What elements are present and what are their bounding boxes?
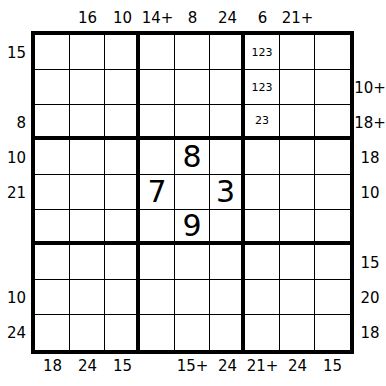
clue-bottom-8: 24 bbox=[288, 357, 307, 375]
clue-bottom-2: 24 bbox=[78, 357, 97, 375]
left-clues: 15810211024 bbox=[0, 31, 31, 354]
cell-r7c5[interactable] bbox=[175, 245, 210, 280]
cell-r8c7[interactable] bbox=[245, 280, 280, 315]
cell-r1c8[interactable] bbox=[280, 35, 315, 70]
cell-r2c6[interactable] bbox=[210, 70, 245, 105]
cell-r6c6[interactable] bbox=[210, 210, 245, 245]
cell-r7c4[interactable] bbox=[140, 245, 175, 280]
clue-left-4: 10 bbox=[7, 149, 26, 167]
cell-r2c8[interactable] bbox=[280, 70, 315, 105]
cell-r2c3[interactable] bbox=[105, 70, 140, 105]
cell-r5c3[interactable] bbox=[105, 175, 140, 210]
cell-r3c5[interactable] bbox=[175, 105, 210, 140]
cell-r2c1[interactable] bbox=[35, 70, 70, 105]
cell-r7c6[interactable] bbox=[210, 245, 245, 280]
cell-r7c3[interactable] bbox=[105, 245, 140, 280]
clue-top-2: 16 bbox=[78, 9, 97, 27]
cell-r6c2[interactable] bbox=[70, 210, 105, 245]
cell-r4c4[interactable] bbox=[140, 140, 175, 175]
cell-r5c5[interactable] bbox=[175, 175, 210, 210]
clue-bottom-7: 21+ bbox=[247, 357, 279, 375]
cell-r1c9[interactable] bbox=[315, 35, 350, 70]
cell-r3c3[interactable] bbox=[105, 105, 140, 140]
cell-r4c6[interactable] bbox=[210, 140, 245, 175]
cell-r1c3[interactable] bbox=[105, 35, 140, 70]
clue-left-9: 24 bbox=[7, 324, 26, 342]
clue-top-7: 6 bbox=[258, 9, 268, 27]
clue-left-3: 8 bbox=[16, 114, 26, 132]
cell-r4c1[interactable] bbox=[35, 140, 70, 175]
clue-left-1: 15 bbox=[7, 44, 26, 62]
clue-right-7: 15 bbox=[360, 254, 379, 272]
clue-bottom-3: 15 bbox=[113, 357, 132, 375]
cell-r8c4[interactable] bbox=[140, 280, 175, 315]
cell-r4c8[interactable] bbox=[280, 140, 315, 175]
cell-r8c5[interactable] bbox=[175, 280, 210, 315]
cell-r6c5[interactable]: 9 bbox=[175, 210, 210, 245]
cell-r7c8[interactable] bbox=[280, 245, 315, 280]
cell-r2c5[interactable] bbox=[175, 70, 210, 105]
cell-r9c2[interactable] bbox=[70, 315, 105, 350]
cell-r8c8[interactable] bbox=[280, 280, 315, 315]
cell-r9c3[interactable] bbox=[105, 315, 140, 350]
cell-r5c7[interactable] bbox=[245, 175, 280, 210]
cell-r5c2[interactable] bbox=[70, 175, 105, 210]
cell-r1c4[interactable] bbox=[140, 35, 175, 70]
cell-r3c4[interactable] bbox=[140, 105, 175, 140]
cell-r1c1[interactable] bbox=[35, 35, 70, 70]
cell-r6c8[interactable] bbox=[280, 210, 315, 245]
bottom-clues: 18241515+2421+2415 bbox=[31, 354, 354, 386]
cell-r1c6[interactable] bbox=[210, 35, 245, 70]
cell-r9c8[interactable] bbox=[280, 315, 315, 350]
cell-r9c5[interactable] bbox=[175, 315, 210, 350]
cell-r3c8[interactable] bbox=[280, 105, 315, 140]
cell-r8c2[interactable] bbox=[70, 280, 105, 315]
puzzle-frame: 161014+824621+ 15810211024 123123238739 … bbox=[0, 0, 386, 386]
cell-r4c2[interactable] bbox=[70, 140, 105, 175]
clue-right-5: 10 bbox=[360, 184, 379, 202]
cell-r9c7[interactable] bbox=[245, 315, 280, 350]
cell-r1c7[interactable]: 123 bbox=[245, 35, 280, 70]
clue-bottom-9: 15 bbox=[323, 357, 342, 375]
cell-r9c4[interactable] bbox=[140, 315, 175, 350]
cell-r6c1[interactable] bbox=[35, 210, 70, 245]
clue-top-5: 8 bbox=[188, 9, 198, 27]
sudoku-board: 123123238739 bbox=[31, 31, 354, 354]
clue-bottom-5: 15+ bbox=[177, 357, 209, 375]
cell-r7c1[interactable] bbox=[35, 245, 70, 280]
clue-top-4: 14+ bbox=[142, 9, 174, 27]
cell-r2c4[interactable] bbox=[140, 70, 175, 105]
cell-r9c9[interactable] bbox=[315, 315, 350, 350]
cell-r8c6[interactable] bbox=[210, 280, 245, 315]
cell-r6c7[interactable] bbox=[245, 210, 280, 245]
cell-r3c9[interactable] bbox=[315, 105, 350, 140]
clue-right-3: 18+ bbox=[354, 114, 386, 132]
cell-r7c9[interactable] bbox=[315, 245, 350, 280]
cell-r9c1[interactable] bbox=[35, 315, 70, 350]
clue-left-5: 21 bbox=[7, 184, 26, 202]
cell-r5c1[interactable] bbox=[35, 175, 70, 210]
cell-r1c5[interactable] bbox=[175, 35, 210, 70]
cell-r7c2[interactable] bbox=[70, 245, 105, 280]
cell-r8c3[interactable] bbox=[105, 280, 140, 315]
cell-r3c6[interactable] bbox=[210, 105, 245, 140]
cell-r5c8[interactable] bbox=[280, 175, 315, 210]
clue-right-9: 18 bbox=[360, 324, 379, 342]
top-clues: 161014+824621+ bbox=[31, 0, 354, 31]
cell-r8c9[interactable] bbox=[315, 280, 350, 315]
right-clues: 10+18+1810152018 bbox=[354, 31, 386, 354]
cell-r1c2[interactable] bbox=[70, 35, 105, 70]
clue-top-8: 21+ bbox=[282, 9, 314, 27]
clue-bottom-6: 24 bbox=[218, 357, 237, 375]
cell-r5c6[interactable]: 3 bbox=[210, 175, 245, 210]
cell-r6c3[interactable] bbox=[105, 210, 140, 245]
cell-r5c9[interactable] bbox=[315, 175, 350, 210]
clue-right-2: 10+ bbox=[354, 79, 386, 97]
cell-r5c4[interactable]: 7 bbox=[140, 175, 175, 210]
clue-left-8: 10 bbox=[7, 289, 26, 307]
cell-r3c1[interactable] bbox=[35, 105, 70, 140]
clue-right-8: 20 bbox=[360, 289, 379, 307]
cell-r2c2[interactable] bbox=[70, 70, 105, 105]
cell-r7c7[interactable] bbox=[245, 245, 280, 280]
cell-r4c9[interactable] bbox=[315, 140, 350, 175]
cell-r4c7[interactable] bbox=[245, 140, 280, 175]
cell-r2c7[interactable]: 123 bbox=[245, 70, 280, 105]
cell-r9c6[interactable] bbox=[210, 315, 245, 350]
cell-r6c9[interactable] bbox=[315, 210, 350, 245]
clue-top-3: 10 bbox=[113, 9, 132, 27]
cell-r3c7[interactable]: 23 bbox=[245, 105, 280, 140]
cell-r4c5[interactable]: 8 bbox=[175, 140, 210, 175]
cell-r6c4[interactable] bbox=[140, 210, 175, 245]
cell-r4c3[interactable] bbox=[105, 140, 140, 175]
clue-bottom-1: 18 bbox=[43, 357, 62, 375]
clue-right-4: 18 bbox=[360, 149, 379, 167]
clue-top-6: 24 bbox=[218, 9, 237, 27]
cell-r2c9[interactable] bbox=[315, 70, 350, 105]
cell-r3c2[interactable] bbox=[70, 105, 105, 140]
cell-r8c1[interactable] bbox=[35, 280, 70, 315]
